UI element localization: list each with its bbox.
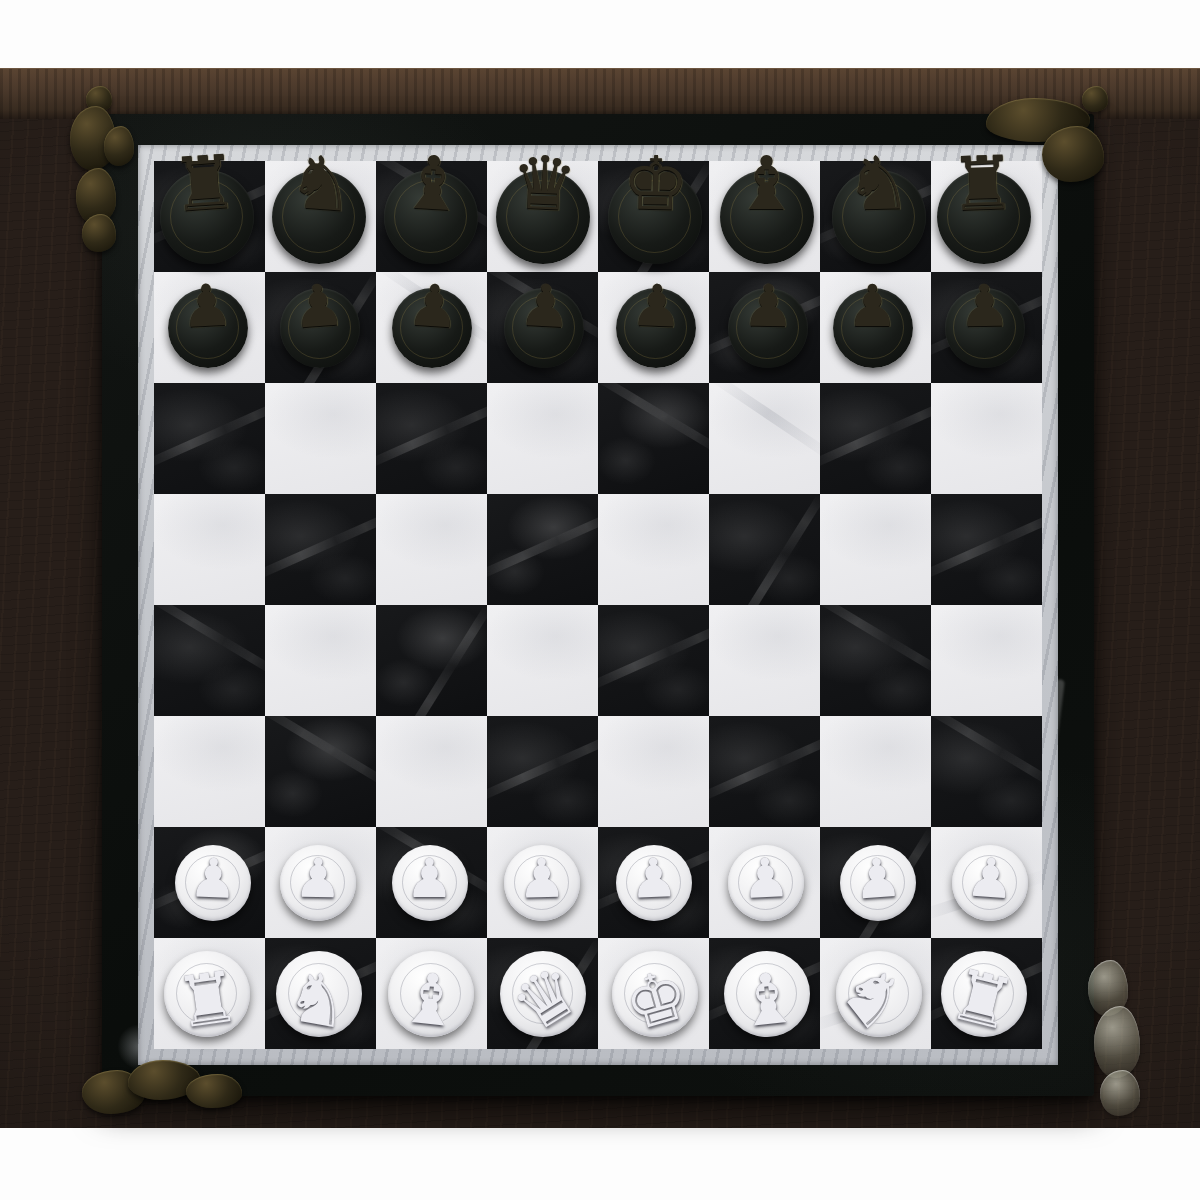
bishop-glyph: ♝ xyxy=(397,144,467,221)
square-c6 xyxy=(376,383,487,494)
pawn-glyph: ♟ xyxy=(517,851,566,906)
square-d5 xyxy=(487,494,598,605)
silver-figure xyxy=(1094,1006,1140,1078)
corner-ornament-top-right xyxy=(986,84,1136,214)
pawn-glyph: ♟ xyxy=(290,275,346,336)
pawn-glyph: ♟ xyxy=(851,850,903,907)
pawn-glyph: ♟ xyxy=(629,276,683,336)
square-b6 xyxy=(265,383,376,494)
pawn-glyph: ♟ xyxy=(188,851,238,907)
square-a5 xyxy=(154,494,265,605)
square-f4 xyxy=(709,605,820,716)
pawn-glyph: ♟ xyxy=(847,277,899,335)
silver-figure xyxy=(1100,1070,1140,1116)
square-h5 xyxy=(931,494,1042,605)
pawn-glyph: ♟ xyxy=(958,276,1011,335)
square-g6 xyxy=(820,383,931,494)
square-g4 xyxy=(820,605,931,716)
square-a6 xyxy=(154,383,265,494)
square-e5 xyxy=(598,494,709,605)
bronze-figure xyxy=(1042,126,1104,182)
pawn-glyph: ♟ xyxy=(179,275,234,336)
knight-glyph: ♞ xyxy=(844,145,912,220)
square-b3 xyxy=(265,716,376,827)
chess-board: ♜♞♝♛♚♝♞♜♟♟♟♟♟♟♟♟♟♟♟♟♟♟♟♟♜♞♝♛♚♝♞♜ xyxy=(102,114,1094,1096)
bishop-glyph: ♝ xyxy=(732,961,802,1037)
king-glyph: ♚ xyxy=(621,145,689,220)
square-e6 xyxy=(598,383,709,494)
knight-glyph: ♞ xyxy=(285,143,356,221)
square-b5 xyxy=(265,494,376,605)
pawn-glyph: ♟ xyxy=(964,850,1016,907)
square-f6 xyxy=(709,383,820,494)
square-h3 xyxy=(931,716,1042,827)
square-c3 xyxy=(376,716,487,827)
square-d3 xyxy=(487,716,598,827)
bronze-figure xyxy=(82,214,116,252)
square-c5 xyxy=(376,494,487,605)
square-e3 xyxy=(598,716,709,827)
bishop-glyph: ♝ xyxy=(733,146,799,220)
pawn-glyph: ♟ xyxy=(405,275,461,336)
square-d4 xyxy=(487,605,598,716)
bronze-figure xyxy=(1082,86,1108,112)
square-a3 xyxy=(154,716,265,827)
square-f5 xyxy=(709,494,820,605)
square-c4 xyxy=(376,605,487,716)
pawn-glyph: ♟ xyxy=(517,275,572,336)
corner-ornament-bottom-left xyxy=(82,1050,262,1118)
bishop-glyph: ♝ xyxy=(395,961,465,1037)
board-squares: ♜♞♝♛♚♝♞♜♟♟♟♟♟♟♟♟♟♟♟♟♟♟♟♟♜♞♝♛♚♝♞♜ xyxy=(154,161,1042,1049)
square-h4 xyxy=(931,605,1042,716)
bronze-figure xyxy=(104,126,134,166)
pawn-glyph: ♟ xyxy=(741,276,794,335)
bronze-figure xyxy=(186,1074,242,1108)
board-border: ♜♞♝♛♚♝♞♜♟♟♟♟♟♟♟♟♟♟♟♟♟♟♟♟♜♞♝♛♚♝♞♜ xyxy=(138,145,1058,1065)
rook-glyph: ♜ xyxy=(171,960,243,1038)
pawn-glyph: ♟ xyxy=(628,851,678,907)
square-d6 xyxy=(487,383,598,494)
square-h6 xyxy=(931,383,1042,494)
knight-glyph: ♞ xyxy=(280,959,354,1039)
square-g5 xyxy=(820,494,931,605)
square-e4 xyxy=(598,605,709,716)
corner-ornament-top-left xyxy=(52,82,152,252)
pawn-glyph: ♟ xyxy=(405,852,453,906)
square-f3 xyxy=(709,716,820,827)
pawn-glyph: ♟ xyxy=(293,851,342,906)
corner-ornament-bottom-right xyxy=(1086,960,1144,1120)
rook-glyph: ♜ xyxy=(168,143,239,221)
product-photo: ♜♞♝♛♚♝♞♜♟♟♟♟♟♟♟♟♟♟♟♟♟♟♟♟♜♞♝♛♚♝♞♜ xyxy=(0,0,1200,1200)
pawn-glyph: ♟ xyxy=(740,850,791,906)
square-a4 xyxy=(154,605,265,716)
queen-glyph: ♛ xyxy=(509,144,578,220)
square-g3 xyxy=(820,716,931,827)
square-b4 xyxy=(265,605,376,716)
